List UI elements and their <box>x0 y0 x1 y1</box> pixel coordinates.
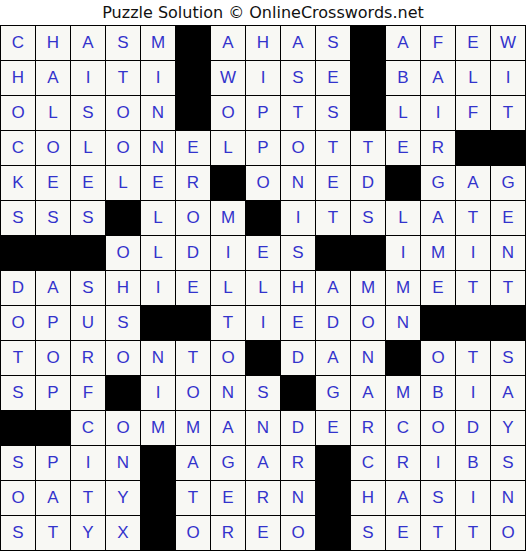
letter-cell: E <box>316 61 350 95</box>
letter-cell: I <box>141 61 175 95</box>
letter-cell: N <box>491 236 525 270</box>
letter-cell: N <box>351 341 385 375</box>
letter-cell: E <box>386 516 420 550</box>
letter-cell: R <box>421 131 455 165</box>
letter-cell: I <box>71 61 105 95</box>
letter-cell: A <box>491 376 525 410</box>
letter-cell: O <box>351 306 385 340</box>
letter-cell: S <box>1 376 35 410</box>
letter-cell: D <box>316 306 350 340</box>
block-cell <box>1 236 35 270</box>
letter-cell: M <box>386 271 420 305</box>
letter-cell: K <box>1 166 35 200</box>
letter-cell: I <box>386 236 420 270</box>
letter-cell: T <box>456 341 490 375</box>
letter-cell: B <box>421 376 455 410</box>
letter-cell: T <box>491 271 525 305</box>
letter-cell: O <box>176 201 210 235</box>
letter-cell: R <box>351 411 385 445</box>
letter-cell: A <box>211 26 245 60</box>
letter-cell: S <box>421 481 455 515</box>
letter-cell: Y <box>71 516 105 550</box>
letter-cell: O <box>421 411 455 445</box>
letter-cell: T <box>421 516 455 550</box>
letter-cell: S <box>316 96 350 130</box>
letter-cell: F <box>456 96 490 130</box>
letter-cell: A <box>351 376 385 410</box>
letter-cell: C <box>1 131 35 165</box>
letter-cell: O <box>1 306 35 340</box>
letter-cell: H <box>351 481 385 515</box>
letter-cell: N <box>246 411 280 445</box>
letter-cell: B <box>386 61 420 95</box>
letter-cell: X <box>106 516 140 550</box>
letter-cell: S <box>1 516 35 550</box>
letter-cell: E <box>281 306 315 340</box>
letter-cell: C <box>386 411 420 445</box>
letter-cell: S <box>491 446 525 480</box>
block-cell <box>316 236 350 270</box>
letter-cell: L <box>211 271 245 305</box>
block-cell <box>141 306 175 340</box>
letter-cell: N <box>281 481 315 515</box>
letter-cell: E <box>386 131 420 165</box>
letter-cell: W <box>491 26 525 60</box>
letter-cell: T <box>176 341 210 375</box>
letter-cell: I <box>456 236 490 270</box>
letter-cell: R <box>211 516 245 550</box>
block-cell <box>316 446 350 480</box>
letter-cell: O <box>1 481 35 515</box>
letter-cell: A <box>36 481 70 515</box>
letter-cell: N <box>106 446 140 480</box>
letter-cell: N <box>281 166 315 200</box>
letter-cell: A <box>386 481 420 515</box>
crossword-grid: CHASMAHASAFEWHAITIWISEBALIOLSONOPTSLIFTC… <box>0 25 526 551</box>
letter-cell: L <box>386 96 420 130</box>
letter-cell: T <box>281 96 315 130</box>
letter-cell: L <box>386 201 420 235</box>
letter-cell: S <box>1 446 35 480</box>
letter-cell: T <box>106 61 140 95</box>
letter-cell: M <box>421 236 455 270</box>
letter-cell: E <box>316 411 350 445</box>
block-cell <box>141 481 175 515</box>
letter-cell: E <box>246 236 280 270</box>
letter-cell: L <box>71 131 105 165</box>
letter-cell: S <box>491 341 525 375</box>
block-cell <box>281 376 315 410</box>
letter-cell: M <box>141 26 175 60</box>
letter-cell: T <box>176 481 210 515</box>
letter-cell: R <box>281 446 315 480</box>
letter-cell: D <box>1 271 35 305</box>
letter-cell: D <box>351 166 385 200</box>
letter-cell: O <box>211 341 245 375</box>
letter-cell: E <box>491 201 525 235</box>
letter-cell: D <box>456 411 490 445</box>
letter-cell: E <box>141 166 175 200</box>
letter-cell: O <box>421 341 455 375</box>
letter-cell: S <box>351 516 385 550</box>
letter-cell: P <box>246 131 280 165</box>
letter-cell: D <box>281 341 315 375</box>
letter-cell: S <box>281 236 315 270</box>
letter-cell: H <box>1 61 35 95</box>
letter-cell: A <box>71 26 105 60</box>
block-cell <box>106 201 140 235</box>
letter-cell: S <box>106 26 140 60</box>
letter-cell: G <box>491 166 525 200</box>
letter-cell: L <box>211 131 245 165</box>
letter-cell: P <box>36 446 70 480</box>
block-cell <box>246 201 280 235</box>
block-cell <box>456 131 490 165</box>
block-cell <box>1 411 35 445</box>
letter-cell: D <box>281 411 315 445</box>
letter-cell: N <box>386 306 420 340</box>
letter-cell: A <box>456 166 490 200</box>
letter-cell: F <box>71 376 105 410</box>
letter-cell: C <box>351 446 385 480</box>
letter-cell: A <box>176 446 210 480</box>
letter-cell: I <box>211 236 245 270</box>
letter-cell: E <box>316 166 350 200</box>
letter-cell: Y <box>106 481 140 515</box>
letter-cell: C <box>71 411 105 445</box>
block-cell <box>176 306 210 340</box>
letter-cell: C <box>1 26 35 60</box>
letter-cell: T <box>316 131 350 165</box>
letter-cell: I <box>141 271 175 305</box>
letter-cell: O <box>106 236 140 270</box>
block-cell <box>106 376 140 410</box>
letter-cell: R <box>71 341 105 375</box>
letter-cell: S <box>246 376 280 410</box>
block-cell <box>316 516 350 550</box>
letter-cell: E <box>176 131 210 165</box>
letter-cell: M <box>386 376 420 410</box>
letter-cell: A <box>246 446 280 480</box>
letter-cell: H <box>36 26 70 60</box>
block-cell <box>491 131 525 165</box>
block-cell <box>491 306 525 340</box>
letter-cell: S <box>71 271 105 305</box>
letter-cell: R <box>246 481 280 515</box>
block-cell <box>176 96 210 130</box>
letter-cell: N <box>491 481 525 515</box>
letter-cell: S <box>281 61 315 95</box>
letter-cell: R <box>386 446 420 480</box>
letter-cell: I <box>71 446 105 480</box>
block-cell <box>351 236 385 270</box>
letter-cell: T <box>211 306 245 340</box>
letter-cell: Y <box>491 411 525 445</box>
letter-cell: O <box>281 516 315 550</box>
letter-cell: T <box>1 341 35 375</box>
letter-cell: L <box>246 271 280 305</box>
letter-cell: O <box>176 516 210 550</box>
letter-cell: H <box>246 26 280 60</box>
letter-cell: H <box>281 271 315 305</box>
block-cell <box>351 26 385 60</box>
letter-cell: S <box>106 306 140 340</box>
letter-cell: N <box>141 96 175 130</box>
block-cell <box>421 306 455 340</box>
block-cell <box>351 61 385 95</box>
letter-cell: I <box>246 306 280 340</box>
letter-cell: N <box>141 131 175 165</box>
block-cell <box>386 341 420 375</box>
block-cell <box>176 61 210 95</box>
letter-cell: O <box>36 341 70 375</box>
block-cell <box>246 341 280 375</box>
letter-cell: T <box>36 516 70 550</box>
letter-cell: M <box>211 201 245 235</box>
letter-cell: E <box>71 166 105 200</box>
letter-cell: P <box>36 376 70 410</box>
letter-cell: S <box>71 96 105 130</box>
letter-cell: N <box>211 376 245 410</box>
letter-cell: A <box>316 271 350 305</box>
block-cell <box>316 481 350 515</box>
letter-cell: T <box>456 271 490 305</box>
letter-cell: I <box>456 376 490 410</box>
letter-cell: S <box>351 201 385 235</box>
letter-cell: E <box>456 26 490 60</box>
letter-cell: M <box>176 411 210 445</box>
block-cell <box>141 516 175 550</box>
letter-cell: G <box>211 446 245 480</box>
letter-cell: O <box>491 516 525 550</box>
letter-cell: P <box>36 306 70 340</box>
letter-cell: M <box>351 271 385 305</box>
block-cell <box>456 306 490 340</box>
letter-cell: D <box>176 236 210 270</box>
letter-cell: B <box>456 446 490 480</box>
letter-cell: T <box>316 201 350 235</box>
letter-cell: O <box>281 131 315 165</box>
letter-cell: L <box>106 166 140 200</box>
letter-cell: A <box>421 61 455 95</box>
letter-cell: O <box>106 131 140 165</box>
letter-cell: O <box>246 166 280 200</box>
block-cell <box>211 166 245 200</box>
letter-cell: G <box>421 166 455 200</box>
letter-cell: O <box>106 96 140 130</box>
letter-cell: W <box>211 61 245 95</box>
letter-cell: T <box>351 131 385 165</box>
letter-cell: L <box>141 201 175 235</box>
letter-cell: S <box>36 201 70 235</box>
letter-cell: E <box>246 516 280 550</box>
block-cell <box>141 446 175 480</box>
letter-cell: I <box>141 376 175 410</box>
letter-cell: P <box>246 96 280 130</box>
letter-cell: T <box>491 96 525 130</box>
letter-cell: G <box>316 376 350 410</box>
letter-cell: A <box>36 61 70 95</box>
letter-cell: O <box>176 376 210 410</box>
letter-cell: I <box>421 446 455 480</box>
letter-cell: O <box>36 131 70 165</box>
letter-cell: R <box>176 166 210 200</box>
letter-cell: A <box>211 411 245 445</box>
letter-cell: I <box>456 481 490 515</box>
letter-cell: I <box>491 61 525 95</box>
letter-cell: A <box>281 26 315 60</box>
letter-cell: L <box>141 236 175 270</box>
page-title: Puzzle Solution © OnlineCrosswords.net <box>102 3 424 22</box>
letter-cell: M <box>141 411 175 445</box>
block-cell <box>351 96 385 130</box>
letter-cell: O <box>1 96 35 130</box>
block-cell <box>176 26 210 60</box>
letter-cell: N <box>141 341 175 375</box>
letter-cell: A <box>386 26 420 60</box>
letter-cell: U <box>71 306 105 340</box>
letter-cell: L <box>456 61 490 95</box>
block-cell <box>386 166 420 200</box>
letter-cell: A <box>421 201 455 235</box>
letter-cell: E <box>211 481 245 515</box>
letter-cell: S <box>1 201 35 235</box>
letter-cell: E <box>176 271 210 305</box>
letter-cell: L <box>36 96 70 130</box>
letter-cell: I <box>281 201 315 235</box>
letter-cell: A <box>36 271 70 305</box>
letter-cell: A <box>316 341 350 375</box>
letter-cell: I <box>421 96 455 130</box>
letter-cell: T <box>456 201 490 235</box>
letter-cell: I <box>246 61 280 95</box>
letter-cell: O <box>106 411 140 445</box>
letter-cell: H <box>106 271 140 305</box>
title-bar: Puzzle Solution © OnlineCrosswords.net <box>0 0 526 25</box>
letter-cell: T <box>456 516 490 550</box>
letter-cell: O <box>211 96 245 130</box>
letter-cell: E <box>36 166 70 200</box>
letter-cell: S <box>71 201 105 235</box>
letter-cell: O <box>106 341 140 375</box>
block-cell <box>71 236 105 270</box>
letter-cell: E <box>421 271 455 305</box>
letter-cell: F <box>421 26 455 60</box>
letter-cell: T <box>71 481 105 515</box>
block-cell <box>36 236 70 270</box>
letter-cell: S <box>316 26 350 60</box>
block-cell <box>36 411 70 445</box>
